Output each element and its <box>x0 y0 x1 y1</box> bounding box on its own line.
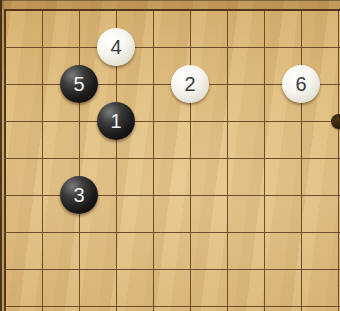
move-number: 2 <box>184 74 195 94</box>
grid-line-horizontal <box>4 121 340 122</box>
grid-line-vertical <box>42 9 43 311</box>
board-top-edge-shadow <box>0 0 340 1</box>
grid-line-vertical <box>153 9 154 311</box>
grid-line-horizontal <box>4 232 340 233</box>
move-number: 1 <box>110 111 121 131</box>
stone-white-6[interactable]: 6 <box>282 65 320 103</box>
move-number: 6 <box>295 74 306 94</box>
grid-line-vertical <box>4 9 6 311</box>
grid-line-horizontal <box>4 9 340 11</box>
board-top-margin <box>0 0 340 9</box>
star-point <box>331 114 340 129</box>
grid-line-horizontal <box>4 269 340 270</box>
stone-white-2[interactable]: 2 <box>171 65 209 103</box>
stone-black-3[interactable]: 3 <box>60 176 98 214</box>
grid-line-vertical <box>264 9 265 311</box>
grid-line-horizontal <box>4 47 340 48</box>
grid-line-vertical <box>338 9 339 311</box>
move-number: 4 <box>110 37 121 57</box>
go-board[interactable]: 123456 <box>0 0 340 311</box>
stone-white-4[interactable]: 4 <box>97 28 135 66</box>
stone-black-1[interactable]: 1 <box>97 102 135 140</box>
stone-black-5[interactable]: 5 <box>60 65 98 103</box>
grid-line-horizontal <box>4 306 340 307</box>
move-number: 3 <box>73 185 84 205</box>
grid-line-vertical <box>301 9 302 311</box>
grid-line-horizontal <box>4 195 340 196</box>
grid-line-horizontal <box>4 158 340 159</box>
move-number: 5 <box>73 74 84 94</box>
grid-line-vertical <box>79 9 80 311</box>
grid-line-vertical <box>190 9 191 311</box>
grid-line-vertical <box>227 9 228 311</box>
board-left-edge-shadow <box>0 0 2 311</box>
